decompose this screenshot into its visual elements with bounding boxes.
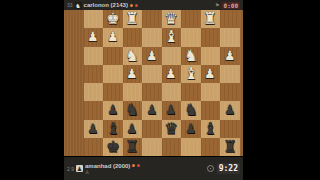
square-e6: ♟	[142, 101, 162, 119]
top-player-name[interactable]: carlonon (2143)	[84, 2, 128, 8]
square-b8	[201, 138, 221, 156]
square-c3: ♞	[181, 47, 201, 65]
square-h8	[84, 138, 104, 156]
square-b5	[201, 83, 221, 101]
square-g2: ♟	[103, 28, 123, 46]
square-h7: ♟	[84, 120, 104, 138]
square-d6: ♟	[162, 101, 182, 119]
white-rook: ♜	[125, 10, 139, 28]
pawn-icon: ♟	[77, 165, 82, 172]
square-d4: ♟	[162, 65, 182, 83]
white-pawn: ♟	[146, 47, 157, 65]
chess-board: ♚♜♛♜♟♟♝♞♟♞♟♟♟♝♟♟♞♟♟♞♟♟♝♟♛♟♝♚♜♜	[84, 10, 240, 156]
bottom-player-prefix: 2.9	[67, 166, 74, 172]
square-b6	[201, 101, 221, 119]
black-knight: ♞	[184, 101, 198, 119]
white-pawn: ♟	[205, 65, 216, 83]
square-f1: ♜	[123, 10, 143, 28]
board-area: ♚♜♛♜♟♟♝♞♟♞♟♟♟♝♟♟♞♟♟♞♟♟♝♟♛♟♝♚♜♜	[64, 10, 243, 156]
square-f2	[123, 28, 143, 46]
square-f4: ♟	[123, 65, 143, 83]
top-player-prefix: 33	[67, 2, 73, 8]
square-d2: ♝	[162, 28, 182, 46]
black-king: ♚	[106, 138, 120, 156]
chess-tv-column: 33 ♞ carlonon (2143) ⚑ 0:00 ♚♜♛♜♟♟♝♞♟♞♟♟…	[64, 0, 243, 180]
square-h6	[84, 101, 104, 119]
video-frame: 33 ♞ carlonon (2143) ⚑ 0:00 ♚♜♛♜♟♟♝♞♟♞♟♟…	[0, 0, 320, 180]
square-h1	[84, 10, 104, 28]
flair-icon	[130, 4, 133, 7]
square-f5	[123, 83, 143, 101]
square-d5	[162, 83, 182, 101]
white-side-piece-icon: ♞	[75, 2, 82, 9]
white-knight: ♞	[184, 47, 198, 65]
square-h4	[84, 65, 104, 83]
square-c1	[181, 10, 201, 28]
square-h2: ♟	[84, 28, 104, 46]
black-pawn: ♟	[224, 101, 235, 119]
black-rook: ♜	[223, 138, 237, 156]
square-e4	[142, 65, 162, 83]
white-rook: ♜	[203, 10, 217, 28]
black-side-piece-icon: ♟	[76, 165, 83, 172]
square-d8	[162, 138, 182, 156]
square-d3	[162, 47, 182, 65]
flair-icon	[135, 4, 138, 7]
black-rook: ♜	[125, 138, 139, 156]
square-d1: ♛	[162, 10, 182, 28]
flag-icon: ⚑	[215, 2, 219, 8]
white-pawn: ♟	[166, 65, 177, 83]
square-e7	[142, 120, 162, 138]
white-bishop: ♝	[164, 28, 178, 46]
square-a4	[220, 65, 240, 83]
square-g5	[103, 83, 123, 101]
square-c5	[181, 83, 201, 101]
square-g1: ♚	[103, 10, 123, 28]
board-frame-right	[240, 10, 244, 156]
square-e5	[142, 83, 162, 101]
white-knight: ♞	[125, 47, 139, 65]
bottom-player-name[interactable]: amanhad (2000)	[85, 163, 130, 169]
bottom-player-names: amanhad (2000) ♙	[85, 163, 140, 175]
square-b3	[201, 47, 221, 65]
white-pawn: ♟	[107, 28, 118, 46]
square-d7: ♛	[162, 120, 182, 138]
square-c4: ♝	[181, 65, 201, 83]
square-a8: ♜	[220, 138, 240, 156]
white-queen: ♛	[164, 10, 178, 28]
flair-icon	[137, 164, 140, 167]
square-g3	[103, 47, 123, 65]
square-e1	[142, 10, 162, 28]
square-a2	[220, 28, 240, 46]
square-c8	[181, 138, 201, 156]
black-pawn: ♟	[88, 120, 99, 138]
black-pawn: ♟	[127, 120, 138, 138]
square-e2	[142, 28, 162, 46]
square-g8: ♚	[103, 138, 123, 156]
square-g6: ♟	[103, 101, 123, 119]
square-a5	[220, 83, 240, 101]
black-pawn: ♟	[185, 120, 196, 138]
square-b4: ♟	[201, 65, 221, 83]
square-g7: ♝	[103, 120, 123, 138]
bottom-player-subline: ♙	[85, 170, 140, 175]
square-a3: ♟	[220, 47, 240, 65]
flair-icon	[132, 164, 135, 167]
square-a7	[220, 120, 240, 138]
square-f3: ♞	[123, 47, 143, 65]
board-frame-left	[64, 10, 84, 156]
black-bishop: ♝	[203, 120, 217, 138]
black-pawn: ♟	[107, 101, 118, 119]
black-queen: ♛	[164, 120, 178, 138]
square-e8	[142, 138, 162, 156]
black-pawn: ♟	[146, 101, 157, 119]
black-bishop: ♝	[106, 120, 120, 138]
top-player-clock: 0:00	[222, 2, 240, 9]
white-pawn: ♟	[224, 47, 235, 65]
square-c2	[181, 28, 201, 46]
square-c7: ♟	[181, 120, 201, 138]
square-e3: ♟	[142, 47, 162, 65]
white-pawn: ♟	[88, 28, 99, 46]
square-c6: ♞	[181, 101, 201, 119]
square-a1	[220, 10, 240, 28]
black-knight: ♞	[125, 101, 139, 119]
square-f6: ♞	[123, 101, 143, 119]
square-b7: ♝	[201, 120, 221, 138]
white-pawn: ♟	[127, 65, 138, 83]
square-b2	[201, 28, 221, 46]
white-king: ♚	[106, 10, 120, 28]
gear-icon[interactable]	[207, 165, 214, 172]
white-bishop: ♝	[184, 65, 198, 83]
bottom-player-bar[interactable]: 2.9 ♟ amanhad (2000) ♙ 9:22	[64, 157, 243, 180]
square-b1: ♜	[201, 10, 221, 28]
square-h5	[84, 83, 104, 101]
square-h3	[84, 47, 104, 65]
square-f7: ♟	[123, 120, 143, 138]
square-a6: ♟	[220, 101, 240, 119]
square-f8: ♜	[123, 138, 143, 156]
square-g4	[103, 65, 123, 83]
bottom-player-clock: 9:22	[217, 163, 240, 174]
black-pawn: ♟	[166, 101, 177, 119]
knight-icon: ♞	[75, 2, 80, 9]
